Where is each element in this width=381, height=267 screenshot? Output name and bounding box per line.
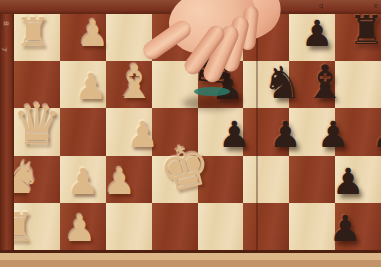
square-r3c5 — [243, 156, 289, 203]
white-pawn: ♟ — [64, 211, 96, 247]
square-r4c1: ♟ — [60, 203, 106, 250]
square-r1c7 — [335, 61, 381, 108]
square-r3c0: ♞ — [14, 156, 60, 203]
square-r2c1 — [60, 108, 106, 155]
black-pawn: ♟ — [372, 117, 381, 153]
square-r0c1: ♟ — [60, 14, 106, 61]
square-r3c2: ♟ — [106, 156, 152, 203]
square-r3c3: ♚ — [152, 156, 198, 203]
board-frame-left — [0, 0, 14, 267]
chess-photo-scene: ♜♟♟♜♟♝♟♞♝♛♟♟♟♟♟♞♟♟♚♟♜♟♟ ♛ c b a 8 7 — [0, 0, 381, 267]
square-r4c2 — [106, 203, 152, 250]
square-r2c4: ♟ — [198, 108, 244, 155]
square-r2c0: ♛ — [14, 108, 60, 155]
square-r4c0: ♜ — [14, 203, 60, 250]
frame-coordinate-label: 8 — [2, 21, 9, 25]
white-pawn: ♟ — [77, 16, 109, 52]
frame-coordinate-label: 7 — [0, 47, 7, 51]
square-r4c7 — [335, 203, 381, 250]
frame-coordinate-label: a — [374, 2, 378, 9]
white-pawn: ♟ — [104, 164, 136, 200]
white-rook: ♜ — [15, 12, 51, 52]
square-r4c4 — [198, 203, 244, 250]
board-frame-bottom — [0, 250, 381, 267]
white-pawn: ♟ — [67, 164, 99, 200]
square-r0c0: ♜ — [14, 14, 60, 61]
square-r3c6: ♟ — [289, 156, 335, 203]
player-hand — [125, 0, 285, 112]
square-r1c6: ♝ — [289, 61, 335, 108]
square-r0c7: ♜ — [335, 14, 381, 61]
black-rook: ♜ — [348, 10, 381, 50]
white-pawn: ♟ — [75, 69, 107, 105]
square-r4c6: ♟ — [289, 203, 335, 250]
square-r2c3 — [152, 108, 198, 155]
square-r3c7 — [335, 156, 381, 203]
square-r3c4 — [198, 156, 244, 203]
square-r4c3 — [152, 203, 198, 250]
frame-coordinate-label: b — [319, 2, 323, 9]
black-pawn: ♟ — [301, 16, 333, 52]
square-r1c1: ♟ — [60, 61, 106, 108]
square-r4c5 — [243, 203, 289, 250]
square-r0c6: ♟ — [289, 14, 335, 61]
square-r3c1: ♟ — [60, 156, 106, 203]
square-r2c7: ♟ — [335, 108, 381, 155]
square-r1c0 — [14, 61, 60, 108]
square-r2c5: ♟ — [243, 108, 289, 155]
square-r2c6: ♟ — [289, 108, 335, 155]
square-r2c2: ♟ — [106, 108, 152, 155]
